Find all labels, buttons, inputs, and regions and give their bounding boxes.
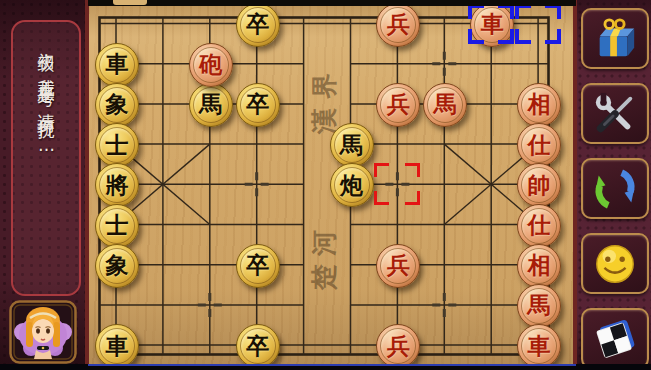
piece-red-r0c8[interactable]: 車: [470, 3, 514, 47]
refresh-icon: [592, 166, 638, 212]
piece-black-r3c5[interactable]: 馬: [330, 123, 374, 167]
piece-red-r3c9[interactable]: 仕: [517, 123, 561, 167]
status-message-box: 初级：我正在思考，请勿打扰……: [11, 20, 81, 296]
river-label: 河: [307, 226, 341, 260]
piece-red-r5c9[interactable]: 仕: [517, 204, 561, 248]
piece-red-r8c9[interactable]: 車: [517, 324, 561, 368]
piece-black-r6c3[interactable]: 卒: [236, 244, 280, 288]
piece-black-r2c2[interactable]: 馬: [189, 83, 233, 127]
piece-black-r8c3[interactable]: 卒: [236, 324, 280, 368]
smiley-icon: [592, 241, 638, 287]
refresh-button[interactable]: [581, 158, 649, 219]
piece-red-r0c6[interactable]: 兵: [376, 3, 420, 47]
piece-black-r3c0[interactable]: 士: [95, 123, 139, 167]
sidebar: [576, 0, 651, 370]
piece-red-r6c9[interactable]: 相: [517, 244, 561, 288]
xiangqi-game-window: 界漢河楚 車象士將士象車馬卒卒卒卒馬炮砲兵兵兵兵馬車相仕帥仕相馬車 初级：我正在…: [0, 0, 651, 370]
piece-red-r6c6[interactable]: 兵: [376, 244, 420, 288]
opponent-panel: 初级：我正在思考，请勿打扰……: [0, 0, 88, 370]
piece-black-r4c0[interactable]: 將: [95, 163, 139, 207]
gift-button[interactable]: [581, 8, 649, 69]
board-left-edge: [85, 0, 89, 370]
gift-icon: [592, 16, 638, 62]
piece-black-r2c0[interactable]: 象: [95, 83, 139, 127]
girl-avatar-icon: [9, 300, 77, 364]
piece-black-r5c0[interactable]: 士: [95, 204, 139, 248]
tools-icon: [592, 91, 638, 137]
piece-black-r4c5[interactable]: 炮: [330, 163, 374, 207]
river-label: 界: [307, 69, 341, 103]
board-book-button[interactable]: [581, 308, 649, 369]
piece-black-r1c0[interactable]: 車: [95, 43, 139, 87]
bottom-blue-line: [88, 364, 576, 366]
top-strip: [88, 0, 576, 6]
piece-red-r2c7[interactable]: 馬: [423, 83, 467, 127]
piece-red-r2c6[interactable]: 兵: [376, 83, 420, 127]
status-message: 初级：我正在思考，请勿打扰……: [38, 39, 55, 158]
board-right-edge: [573, 0, 577, 370]
river-label: 楚: [307, 260, 341, 294]
piece-red-r2c9[interactable]: 相: [517, 83, 561, 127]
smiley-button[interactable]: [581, 233, 649, 294]
tools-button[interactable]: [581, 83, 649, 144]
piece-black-r0c3[interactable]: 卒: [236, 3, 280, 47]
piece-black-r8c0[interactable]: 車: [95, 324, 139, 368]
piece-red-r1c2[interactable]: 砲: [189, 43, 233, 87]
board-book-icon: [592, 316, 638, 362]
tab-notch: [113, 0, 147, 5]
piece-black-r6c0[interactable]: 象: [95, 244, 139, 288]
piece-red-r7c9[interactable]: 馬: [517, 284, 561, 328]
piece-black-r2c3[interactable]: 卒: [236, 83, 280, 127]
avatar[interactable]: [9, 300, 77, 364]
